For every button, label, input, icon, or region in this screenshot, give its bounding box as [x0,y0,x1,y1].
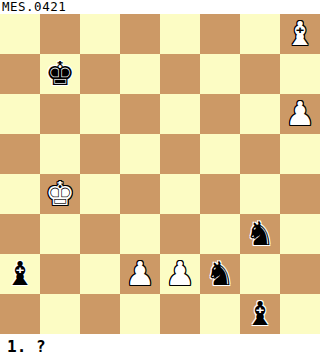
square-b6[interactable] [40,94,80,134]
square-g8[interactable] [240,14,280,54]
square-g5[interactable] [240,134,280,174]
square-c4[interactable] [80,174,120,214]
square-a3[interactable] [0,214,40,254]
piece-white-pawn[interactable]: ♟ [285,94,315,134]
square-h8[interactable]: ♝ [280,14,320,54]
piece-white-pawn[interactable]: ♟ [125,254,155,294]
square-b1[interactable] [40,294,80,334]
square-b2[interactable] [40,254,80,294]
piece-white-king[interactable]: ♚ [45,174,75,214]
square-c3[interactable] [80,214,120,254]
square-f6[interactable] [200,94,240,134]
square-b8[interactable] [40,14,80,54]
square-c5[interactable] [80,134,120,174]
piece-black-bishop[interactable]: ♝ [5,254,35,294]
square-a8[interactable] [0,14,40,54]
square-b7[interactable]: ♚ [40,54,80,94]
square-g2[interactable] [240,254,280,294]
square-e6[interactable] [160,94,200,134]
square-f2[interactable]: ♞ [200,254,240,294]
square-g3[interactable]: ♞ [240,214,280,254]
square-d1[interactable] [120,294,160,334]
chess-board: ♝♚♟♚♞♝♟♟♞♝ [0,14,320,334]
square-a5[interactable] [0,134,40,174]
square-c7[interactable] [80,54,120,94]
square-c8[interactable] [80,14,120,54]
square-g1[interactable]: ♝ [240,294,280,334]
square-e2[interactable]: ♟ [160,254,200,294]
chess-puzzle-page: MES.0421 ♝♚♟♚♞♝♟♟♞♝ 1. ? [0,0,320,360]
square-d8[interactable] [120,14,160,54]
square-c6[interactable] [80,94,120,134]
piece-black-king[interactable]: ♚ [45,54,75,94]
square-f1[interactable] [200,294,240,334]
square-b5[interactable] [40,134,80,174]
square-e3[interactable] [160,214,200,254]
square-h5[interactable] [280,134,320,174]
piece-white-pawn[interactable]: ♟ [165,254,195,294]
square-e7[interactable] [160,54,200,94]
square-a2[interactable]: ♝ [0,254,40,294]
square-g7[interactable] [240,54,280,94]
square-h3[interactable] [280,214,320,254]
square-h4[interactable] [280,174,320,214]
square-b3[interactable] [40,214,80,254]
square-e8[interactable] [160,14,200,54]
square-f3[interactable] [200,214,240,254]
square-h2[interactable] [280,254,320,294]
square-c2[interactable] [80,254,120,294]
piece-black-knight[interactable]: ♞ [245,214,275,254]
piece-black-knight[interactable]: ♞ [205,254,235,294]
square-d6[interactable] [120,94,160,134]
square-c1[interactable] [80,294,120,334]
square-f8[interactable] [200,14,240,54]
square-g4[interactable] [240,174,280,214]
square-f5[interactable] [200,134,240,174]
square-g6[interactable] [240,94,280,134]
square-h7[interactable] [280,54,320,94]
move-prompt: 1. ? [7,336,46,358]
square-f7[interactable] [200,54,240,94]
square-a4[interactable] [0,174,40,214]
square-d3[interactable] [120,214,160,254]
puzzle-id: MES.0421 [2,0,66,14]
square-h1[interactable] [280,294,320,334]
square-f4[interactable] [200,174,240,214]
square-e4[interactable] [160,174,200,214]
square-h6[interactable]: ♟ [280,94,320,134]
square-e5[interactable] [160,134,200,174]
piece-black-bishop[interactable]: ♝ [245,294,275,334]
square-a7[interactable] [0,54,40,94]
square-d5[interactable] [120,134,160,174]
piece-white-bishop[interactable]: ♝ [285,14,315,54]
square-d7[interactable] [120,54,160,94]
square-d2[interactable]: ♟ [120,254,160,294]
square-e1[interactable] [160,294,200,334]
square-a6[interactable] [0,94,40,134]
square-a1[interactable] [0,294,40,334]
square-b4[interactable]: ♚ [40,174,80,214]
square-d4[interactable] [120,174,160,214]
